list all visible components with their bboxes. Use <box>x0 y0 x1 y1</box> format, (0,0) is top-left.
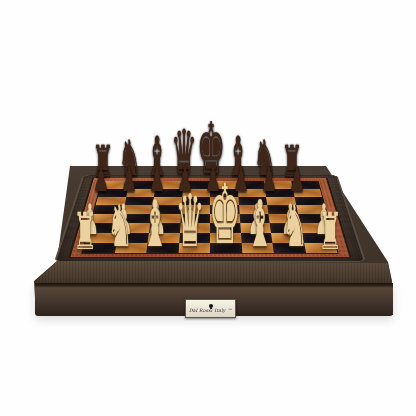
brand-plaque-text: Dal Rossi Italy ™ <box>189 309 232 314</box>
piece-white-queen: ♛ <box>175 184 205 257</box>
piece-white-bishop: ♝ <box>142 192 169 257</box>
piece-black-pawn: ♟ <box>289 162 305 196</box>
piece-white-knight: ♞ <box>107 198 133 256</box>
piece-white-knight: ♞ <box>282 198 308 256</box>
piece-black-pawn: ♟ <box>93 162 109 196</box>
brand-plaque: Dal Rossi Italy ™ <box>185 299 236 318</box>
chess-set-product-photo: Dal Rossi Italy ™ ♜♞♝♛♚♝♞♜♟♟♟♟♟♟♟♟♟♟♟♟♟♟… <box>0 0 416 416</box>
piece-white-rook: ♜ <box>318 205 342 256</box>
piece-white-rook: ♜ <box>73 205 97 256</box>
piece-white-king: ♚ <box>209 174 241 257</box>
keyhole-icon <box>209 304 213 308</box>
piece-white-bishop: ♝ <box>247 192 274 257</box>
piece-black-pawn: ♟ <box>121 162 137 196</box>
